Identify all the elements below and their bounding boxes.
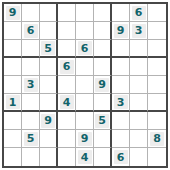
cell-r8c6[interactable] [94,130,112,148]
given-digit: 9 [95,78,109,92]
cell-r6c3[interactable] [40,94,58,112]
cell-r8c4[interactable] [58,130,76,148]
cell-r8c2[interactable]: 5 [22,130,40,148]
cell-r4c6[interactable] [94,58,112,76]
cell-r9c4[interactable] [58,148,76,166]
cell-r7c8[interactable] [130,112,148,130]
given-digit: 6 [132,6,146,20]
cell-r9c1[interactable] [4,148,22,166]
cell-r9c7[interactable]: 6 [112,148,130,166]
cell-r1c4[interactable] [58,4,76,22]
cell-r5c7[interactable] [112,76,130,94]
given-digit: 8 [150,132,164,146]
cell-r8c9[interactable]: 8 [148,130,166,148]
cell-r8c1[interactable] [4,130,22,148]
cell-r6c4[interactable]: 4 [58,94,76,112]
cell-r8c5[interactable]: 9 [76,130,94,148]
cell-r2c7[interactable]: 9 [112,22,130,40]
cell-r8c7[interactable] [112,130,130,148]
cell-r1c3[interactable] [40,4,58,22]
cell-r5c9[interactable] [148,76,166,94]
given-digit: 6 [114,150,128,164]
cell-r4c7[interactable] [112,58,130,76]
given-digit: 6 [60,60,74,74]
cell-r9c3[interactable] [40,148,58,166]
cell-r3c7[interactable] [112,40,130,58]
given-digit: 3 [132,24,146,38]
cell-r2c8[interactable]: 3 [130,22,148,40]
cell-r6c7[interactable]: 3 [112,94,130,112]
cell-r6c6[interactable] [94,94,112,112]
cell-r4c5[interactable] [76,58,94,76]
given-digit: 5 [95,114,109,128]
given-digit: 9 [41,114,55,128]
cell-r4c4[interactable]: 6 [58,58,76,76]
cell-r3c8[interactable] [130,40,148,58]
cell-r9c2[interactable] [22,148,40,166]
given-digit: 9 [114,24,128,38]
cell-r7c1[interactable] [4,112,22,130]
cell-r3c5[interactable]: 6 [76,40,94,58]
cell-r5c1[interactable] [4,76,22,94]
cell-r4c8[interactable] [130,58,148,76]
cell-r4c9[interactable] [148,58,166,76]
cell-r2c5[interactable] [76,22,94,40]
cell-r5c3[interactable] [40,76,58,94]
cell-r5c2[interactable]: 3 [22,76,40,94]
cell-r7c5[interactable] [76,112,94,130]
cell-r6c8[interactable] [130,94,148,112]
cell-r4c2[interactable] [22,58,40,76]
cell-r5c8[interactable] [130,76,148,94]
cell-r5c6[interactable]: 9 [94,76,112,94]
cell-r9c6[interactable] [94,148,112,166]
cell-r2c6[interactable] [94,22,112,40]
given-digit: 6 [24,24,38,38]
cell-r8c8[interactable] [130,130,148,148]
given-digit: 5 [24,132,38,146]
cell-r7c4[interactable] [58,112,76,130]
given-digit: 4 [78,150,92,164]
cell-r1c8[interactable]: 6 [130,4,148,22]
cell-r1c2[interactable] [22,4,40,22]
cell-r2c3[interactable] [40,22,58,40]
cell-r9c9[interactable] [148,148,166,166]
cell-r7c9[interactable] [148,112,166,130]
cell-r3c1[interactable] [4,40,22,58]
given-digit: 4 [60,95,74,109]
cell-r2c2[interactable]: 6 [22,22,40,40]
cell-r1c1[interactable]: 9 [4,4,22,22]
cell-r7c3[interactable]: 9 [40,112,58,130]
cell-r7c6[interactable]: 5 [94,112,112,130]
cell-r4c1[interactable] [4,58,22,76]
given-digit: 1 [6,95,20,109]
cell-r1c6[interactable] [94,4,112,22]
cell-r6c9[interactable] [148,94,166,112]
given-digit: 9 [6,6,20,20]
cell-r6c1[interactable]: 1 [4,94,22,112]
cell-r8c3[interactable] [40,130,58,148]
given-digit: 9 [78,132,92,146]
cell-r7c7[interactable] [112,112,130,130]
cell-r9c5[interactable]: 4 [76,148,94,166]
cell-r9c8[interactable] [130,148,148,166]
cell-r2c4[interactable] [58,22,76,40]
cell-r6c2[interactable] [22,94,40,112]
given-digit: 5 [41,41,55,55]
cell-r5c4[interactable] [58,76,76,94]
cell-r4c3[interactable] [40,58,58,76]
given-digit: 6 [78,41,92,55]
cell-r3c6[interactable] [94,40,112,58]
cell-r3c3[interactable]: 5 [40,40,58,58]
sudoku-board: 96693566391439559846 [2,2,168,168]
cell-r1c7[interactable] [112,4,130,22]
cell-r3c4[interactable] [58,40,76,58]
cell-r1c5[interactable] [76,4,94,22]
cell-r3c2[interactable] [22,40,40,58]
cell-r7c2[interactable] [22,112,40,130]
cell-r5c5[interactable] [76,76,94,94]
cell-r2c1[interactable] [4,22,22,40]
cell-r3c9[interactable] [148,40,166,58]
cell-r6c5[interactable] [76,94,94,112]
cell-r2c9[interactable] [148,22,166,40]
given-digit: 3 [24,78,38,92]
given-digit: 3 [114,95,128,109]
cell-r1c9[interactable] [148,4,166,22]
